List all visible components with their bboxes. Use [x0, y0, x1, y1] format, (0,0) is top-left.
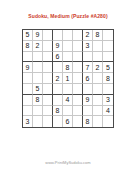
- cell-r7c1: [23, 95, 33, 106]
- cell-r5c8: [93, 73, 103, 84]
- cell-r6c3: [43, 84, 53, 95]
- cell-r5c3: [43, 73, 53, 84]
- cell-r9c9: [103, 116, 113, 127]
- cell-r1c2: 9: [33, 30, 43, 41]
- cell-r8c5: [63, 106, 73, 117]
- cell-r1c6: [73, 30, 83, 41]
- cell-r8c4: 8: [53, 106, 63, 117]
- cell-r7c6: [73, 95, 83, 106]
- cell-r2c9: [103, 41, 113, 52]
- cell-r1c3: [43, 30, 53, 41]
- cell-r9c5: 6: [63, 116, 73, 127]
- cell-r2c5: [63, 41, 73, 52]
- cell-r8c9: 4: [103, 106, 113, 117]
- cell-r6c7: [83, 84, 93, 95]
- cell-r2c8: [93, 41, 103, 52]
- cell-r6c5: [63, 84, 73, 95]
- cell-r3c6: [73, 52, 83, 63]
- cell-r1c4: [53, 30, 63, 41]
- cell-r3c1: [23, 52, 33, 63]
- cell-r5c9: 8: [103, 73, 113, 84]
- cell-r5c6: [73, 73, 83, 84]
- cell-r4c9: 5: [103, 62, 113, 73]
- cell-r4c8: 2: [93, 62, 103, 73]
- cell-r2c3: [43, 41, 53, 52]
- footer-url: www.PrintMySudoku.com: [0, 160, 136, 165]
- cell-r7c2: 8: [33, 95, 43, 106]
- cell-r2c6: [73, 41, 83, 52]
- cell-r5c7: 6: [83, 73, 93, 84]
- cell-r5c1: [23, 73, 33, 84]
- cell-r9c4: [53, 116, 63, 127]
- cell-r2c7: 3: [83, 41, 93, 52]
- cell-r8c3: [43, 106, 53, 117]
- cell-r1c1: 5: [23, 30, 33, 41]
- cell-r2c1: 8: [23, 41, 33, 52]
- cell-r4c1: 9: [23, 62, 33, 73]
- cell-r9c2: [33, 116, 43, 127]
- cell-r1c9: [103, 30, 113, 41]
- cell-r6c9: [103, 84, 113, 95]
- cell-r6c6: [73, 84, 83, 95]
- cell-r5c4: 2: [53, 73, 63, 84]
- cell-r8c6: [73, 106, 83, 117]
- cell-r4c7: 7: [83, 62, 93, 73]
- cell-r4c5: 8: [63, 62, 73, 73]
- sudoku-sheet: Sudoku, Medium (Puzzle #A280) 5928829369…: [0, 0, 136, 176]
- cell-r4c6: [73, 62, 83, 73]
- cell-r6c2: 5: [33, 84, 43, 95]
- cell-r3c4: 6: [53, 52, 63, 63]
- cell-r3c8: [93, 52, 103, 63]
- cell-r7c5: 4: [63, 95, 73, 106]
- cell-r7c9: 3: [103, 95, 113, 106]
- cell-r3c2: [33, 52, 43, 63]
- cell-r6c1: [23, 84, 33, 95]
- cell-r9c1: 3: [23, 116, 33, 127]
- cell-r8c8: [93, 106, 103, 117]
- cell-r2c2: 2: [33, 41, 43, 52]
- cell-r8c1: [23, 106, 33, 117]
- cell-r4c2: [33, 62, 43, 73]
- cell-r1c7: 2: [83, 30, 93, 41]
- cell-r7c8: [93, 95, 103, 106]
- cell-r1c8: 8: [93, 30, 103, 41]
- cell-r3c5: [63, 52, 73, 63]
- cell-r1c5: [63, 30, 73, 41]
- cell-r4c4: [53, 62, 63, 73]
- cell-r5c2: [33, 73, 43, 84]
- cell-r7c4: [53, 95, 63, 106]
- cell-r4c3: [43, 62, 53, 73]
- cell-r7c3: [43, 95, 53, 106]
- cell-r9c7: 8: [83, 116, 93, 127]
- sudoku-grid: 5928829369872521685849384368: [22, 29, 114, 128]
- cell-r2c4: 9: [53, 41, 63, 52]
- cell-r6c8: [93, 84, 103, 95]
- cell-r5c5: 1: [63, 73, 73, 84]
- cell-r8c7: [83, 106, 93, 117]
- cell-r3c7: [83, 52, 93, 63]
- cell-r6c4: [53, 84, 63, 95]
- cell-r9c8: [93, 116, 103, 127]
- cell-r3c9: [103, 52, 113, 63]
- cell-r7c7: 9: [83, 95, 93, 106]
- cell-r8c2: [33, 106, 43, 117]
- page-title: Sudoku, Medium (Puzzle #A280): [0, 13, 136, 19]
- cell-r9c3: [43, 116, 53, 127]
- cell-r3c3: [43, 52, 53, 63]
- cell-r9c6: [73, 116, 83, 127]
